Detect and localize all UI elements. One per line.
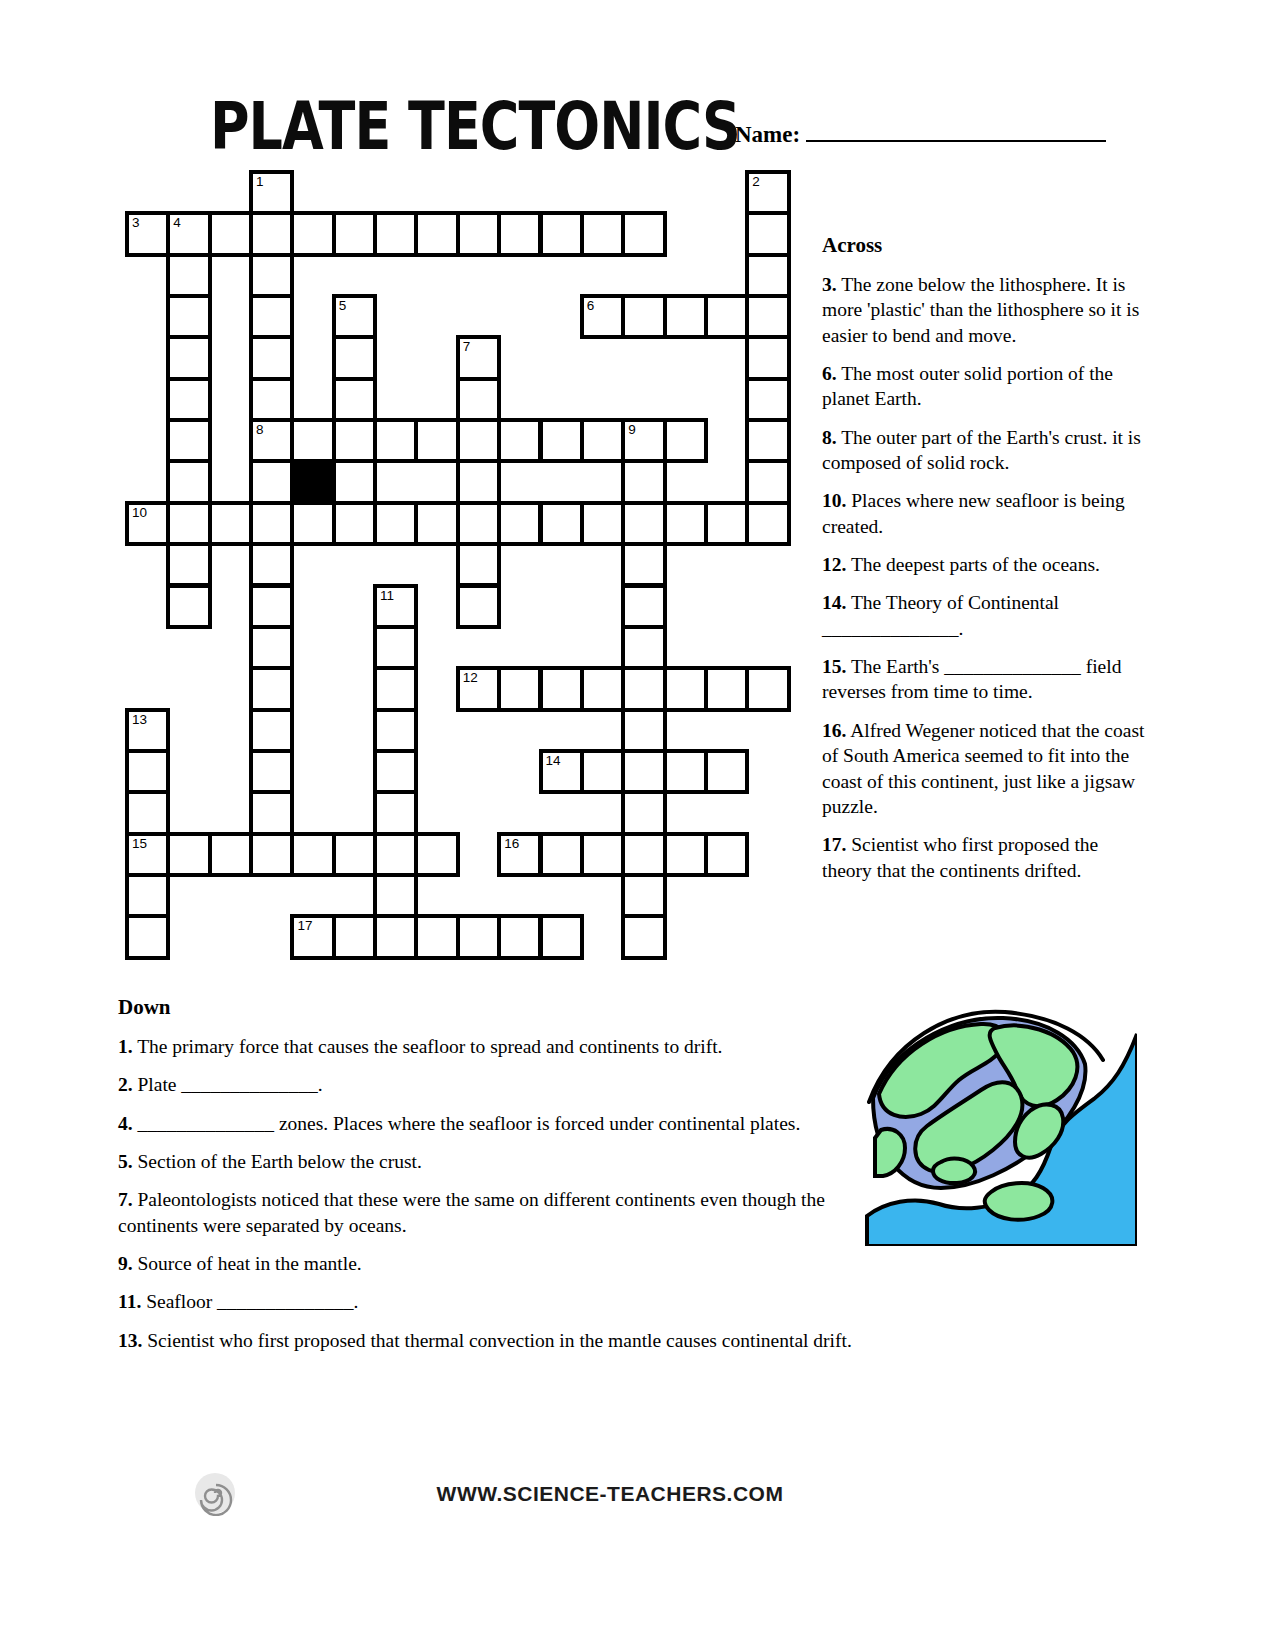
down-clue-number-13: 13. (118, 1330, 142, 1351)
cell-r10c1[interactable] (166, 584, 211, 629)
cell-r18c4[interactable]: 17 (290, 914, 335, 959)
cell-number-15: 15 (132, 837, 147, 852)
cell-r13c0[interactable]: 13 (125, 708, 170, 753)
down-clue-2: 2. Plate ______________. (118, 1072, 858, 1097)
across-clue-number-3: 3. (822, 274, 837, 295)
down-clue-number-1: 1. (118, 1036, 133, 1057)
cell-r14c12[interactable] (621, 749, 666, 794)
down-clue-number-4: 4. (118, 1113, 133, 1134)
cell-r12c13[interactable] (663, 666, 708, 711)
cell-r16c13[interactable] (663, 832, 708, 877)
cell-r1c0[interactable]: 3 (125, 211, 170, 256)
cell-r6c1[interactable] (166, 418, 211, 463)
cell-number-6: 6 (587, 299, 595, 314)
cell-r3c13[interactable] (663, 294, 708, 339)
cell-r8c3[interactable] (249, 501, 294, 546)
cell-number-10: 10 (132, 506, 147, 521)
cell-r8c15[interactable] (745, 501, 790, 546)
cell-r16c9[interactable]: 16 (497, 832, 542, 877)
cell-r8c5[interactable] (332, 501, 377, 546)
cell-r3c12[interactable] (621, 294, 666, 339)
cell-r10c8[interactable] (456, 584, 501, 629)
cell-r16c7[interactable] (414, 832, 459, 877)
cell-r17c12[interactable] (621, 873, 666, 918)
down-clue-7: 7. Paleontologists noticed that these we… (118, 1187, 858, 1238)
across-clue-number-6: 6. (822, 363, 837, 384)
cell-r3c15[interactable] (745, 294, 790, 339)
cell-r18c9[interactable] (497, 914, 542, 959)
cell-r4c15[interactable] (745, 335, 790, 380)
cell-r16c5[interactable] (332, 832, 377, 877)
cell-r6c5[interactable] (332, 418, 377, 463)
cell-number-14: 14 (546, 754, 561, 769)
cell-r8c0[interactable]: 10 (125, 501, 170, 546)
cell-r8c4[interactable] (290, 501, 335, 546)
cell-r10c3[interactable] (249, 584, 294, 629)
across-clue-number-16: 16. (822, 720, 846, 741)
cell-r6c7[interactable] (414, 418, 459, 463)
cell-r6c15[interactable] (745, 418, 790, 463)
cell-r14c3[interactable] (249, 749, 294, 794)
across-clue-number-10: 10. (822, 490, 846, 511)
cell-r3c1[interactable] (166, 294, 211, 339)
cell-r8c7[interactable] (414, 501, 459, 546)
cell-r14c11[interactable] (580, 749, 625, 794)
cell-r4c5[interactable] (332, 335, 377, 380)
cell-r14c6[interactable] (373, 749, 418, 794)
cell-r6c4[interactable] (290, 418, 335, 463)
cell-r1c4[interactable] (290, 211, 335, 256)
cell-number-17: 17 (297, 919, 312, 934)
cell-r8c2[interactable] (208, 501, 253, 546)
cell-r8c11[interactable] (580, 501, 625, 546)
cell-r18c5[interactable] (332, 914, 377, 959)
page-title: PLATE TECTONICS (210, 88, 630, 173)
cell-r18c6[interactable] (373, 914, 418, 959)
cell-r3c14[interactable] (704, 294, 749, 339)
across-clue-10: 10. Places where new seafloor is being c… (822, 488, 1147, 539)
cell-r4c8[interactable]: 7 (456, 335, 501, 380)
cell-r8c9[interactable] (497, 501, 542, 546)
cell-r15c12[interactable] (621, 790, 666, 835)
cell-r12c10[interactable] (539, 666, 584, 711)
down-clue-number-9: 9. (118, 1253, 133, 1274)
down-clue-13: 13. Scientist who first proposed that th… (118, 1328, 858, 1353)
across-clue-list: 3. The zone below the lithosphere. It is… (822, 272, 1147, 883)
cell-r9c12[interactable] (621, 542, 666, 587)
cell-r18c0[interactable] (125, 914, 170, 959)
cell-r6c11[interactable] (580, 418, 625, 463)
cell-r8c8[interactable] (456, 501, 501, 546)
cell-r13c6[interactable] (373, 708, 418, 753)
cell-r7c4-black (290, 459, 335, 504)
down-heading: Down (118, 995, 858, 1020)
cell-number-7: 7 (463, 340, 471, 355)
cell-r11c6[interactable] (373, 625, 418, 670)
cell-number-8: 8 (256, 423, 264, 438)
cell-r12c6[interactable] (373, 666, 418, 711)
cell-r6c8[interactable] (456, 418, 501, 463)
cell-r2c1[interactable] (166, 253, 211, 298)
cell-number-4: 4 (173, 216, 181, 231)
across-clue-number-14: 14. (822, 592, 846, 613)
cell-r15c0[interactable] (125, 790, 170, 835)
cell-r7c8[interactable] (456, 459, 501, 504)
across-clue-number-15: 15. (822, 656, 846, 677)
cell-r8c10[interactable] (539, 501, 584, 546)
cell-r12c12[interactable] (621, 666, 666, 711)
cell-r5c5[interactable] (332, 377, 377, 422)
cell-r5c8[interactable] (456, 377, 501, 422)
cell-r12c8[interactable]: 12 (456, 666, 501, 711)
across-clue-14: 14. The Theory of Continental __________… (822, 590, 1147, 641)
cell-r1c10[interactable] (539, 211, 584, 256)
across-clue-number-8: 8. (822, 427, 837, 448)
earth-plates-illustration (863, 1006, 1137, 1246)
cell-r17c6[interactable] (373, 873, 418, 918)
cell-r13c3[interactable] (249, 708, 294, 753)
cell-r8c12[interactable] (621, 501, 666, 546)
cell-r7c5[interactable] (332, 459, 377, 504)
cell-r3c3[interactable] (249, 294, 294, 339)
across-clue-number-12: 12. (822, 554, 846, 575)
down-clue-9: 9. Source of heat in the mantle. (118, 1251, 858, 1276)
cell-r8c1[interactable] (166, 501, 211, 546)
cell-number-2: 2 (752, 175, 760, 190)
across-clue-17: 17. Scientist who first proposed the the… (822, 832, 1147, 883)
cell-r7c1[interactable] (166, 459, 211, 504)
cell-r7c15[interactable] (745, 459, 790, 504)
across-clue-15: 15. The Earth's ______________ field rev… (822, 654, 1147, 705)
cell-r16c14[interactable] (704, 832, 749, 877)
cell-number-12: 12 (463, 671, 478, 686)
down-clue-number-5: 5. (118, 1151, 133, 1172)
cell-r6c12[interactable]: 9 (621, 418, 666, 463)
cell-r4c3[interactable] (249, 335, 294, 380)
cell-r3c5[interactable]: 5 (332, 294, 377, 339)
down-clues-panel: Down 1. The primary force that causes th… (118, 995, 858, 1366)
cell-r6c10[interactable] (539, 418, 584, 463)
cell-r5c15[interactable] (745, 377, 790, 422)
cell-r1c6[interactable] (373, 211, 418, 256)
cell-number-16: 16 (504, 837, 519, 852)
across-clue-3: 3. The zone below the lithosphere. It is… (822, 272, 1147, 348)
cell-r6c3[interactable]: 8 (249, 418, 294, 463)
cell-r2c15[interactable] (745, 253, 790, 298)
cell-r9c8[interactable] (456, 542, 501, 587)
cell-number-13: 13 (132, 713, 147, 728)
cell-r16c2[interactable] (208, 832, 253, 877)
cell-r1c12[interactable] (621, 211, 666, 256)
cell-number-9: 9 (628, 423, 636, 438)
cell-r16c3[interactable] (249, 832, 294, 877)
cell-r1c5[interactable] (332, 211, 377, 256)
cell-number-5: 5 (339, 299, 347, 314)
cell-r13c12[interactable] (621, 708, 666, 753)
cell-r1c8[interactable] (456, 211, 501, 256)
cell-r7c12[interactable] (621, 459, 666, 504)
across-clue-12: 12. The deepest parts of the oceans. (822, 552, 1147, 577)
cell-r0c15[interactable]: 2 (745, 170, 790, 215)
down-clue-4: 4. ______________ zones. Places where th… (118, 1111, 858, 1136)
cell-r18c7[interactable] (414, 914, 459, 959)
cell-r11c3[interactable] (249, 625, 294, 670)
name-label: Name: (735, 122, 800, 147)
cell-r12c14[interactable] (704, 666, 749, 711)
crossword-grid: 1234567891011121314151617 (125, 170, 791, 960)
cell-r12c15[interactable] (745, 666, 790, 711)
across-heading: Across (822, 233, 1147, 258)
cell-r10c6[interactable]: 11 (373, 584, 418, 629)
cell-r11c12[interactable] (621, 625, 666, 670)
cell-r18c10[interactable] (539, 914, 584, 959)
down-clue-1: 1. The primary force that causes the sea… (118, 1034, 858, 1059)
down-clue-11: 11. Seafloor ______________. (118, 1289, 858, 1314)
cell-r16c4[interactable] (290, 832, 335, 877)
across-clue-16: 16. Alfred Wegener noticed that the coas… (822, 718, 1147, 819)
cell-r1c9[interactable] (497, 211, 542, 256)
across-clue-8: 8. The outer part of the Earth's crust. … (822, 425, 1147, 476)
cell-r1c7[interactable] (414, 211, 459, 256)
cell-r4c1[interactable] (166, 335, 211, 380)
name-field: Name: (735, 116, 1125, 148)
cell-r8c14[interactable] (704, 501, 749, 546)
cell-r2c3[interactable] (249, 253, 294, 298)
cell-r7c3[interactable] (249, 459, 294, 504)
cell-r16c1[interactable] (166, 832, 211, 877)
cell-r16c11[interactable] (580, 832, 625, 877)
cell-r12c9[interactable] (497, 666, 542, 711)
cell-r8c13[interactable] (663, 501, 708, 546)
footer-site-url: WWW.SCIENCE-TEACHERS.COM (380, 1482, 840, 1506)
cell-r5c3[interactable] (249, 377, 294, 422)
cell-r18c8[interactable] (456, 914, 501, 959)
down-clue-number-7: 7. (118, 1189, 133, 1210)
cell-r14c13[interactable] (663, 749, 708, 794)
across-clue-number-17: 17. (822, 834, 846, 855)
cell-r6c9[interactable] (497, 418, 542, 463)
cell-r1c3[interactable] (249, 211, 294, 256)
cell-r3c11[interactable]: 6 (580, 294, 625, 339)
cell-r12c3[interactable] (249, 666, 294, 711)
cell-r14c0[interactable] (125, 749, 170, 794)
across-clue-6: 6. The most outer solid portion of the p… (822, 361, 1147, 412)
cell-number-1: 1 (256, 175, 264, 190)
cell-r16c10[interactable] (539, 832, 584, 877)
down-clue-number-11: 11. (118, 1291, 141, 1312)
ammonite-spiral-logo (192, 1470, 238, 1516)
cell-r8c6[interactable] (373, 501, 418, 546)
cell-r1c15[interactable] (745, 211, 790, 256)
cell-r1c2[interactable] (208, 211, 253, 256)
cell-r16c6[interactable] (373, 832, 418, 877)
cell-number-3: 3 (132, 216, 140, 231)
cell-r6c6[interactable] (373, 418, 418, 463)
cell-r10c12[interactable] (621, 584, 666, 629)
name-blank-line[interactable] (806, 116, 1106, 142)
cell-r12c11[interactable] (580, 666, 625, 711)
cell-r1c11[interactable] (580, 211, 625, 256)
cell-r16c12[interactable] (621, 832, 666, 877)
cell-number-11: 11 (380, 589, 394, 604)
cell-r14c14[interactable] (704, 749, 749, 794)
cell-r5c1[interactable] (166, 377, 211, 422)
cell-r15c3[interactable] (249, 790, 294, 835)
cell-r18c12[interactable] (621, 914, 666, 959)
cell-r9c1[interactable] (166, 542, 211, 587)
across-clues-panel: Across 3. The zone below the lithosphere… (822, 233, 1147, 896)
cell-r9c3[interactable] (249, 542, 294, 587)
cell-r14c10[interactable]: 14 (539, 749, 584, 794)
cell-r6c13[interactable] (663, 418, 708, 463)
down-clue-number-2: 2. (118, 1074, 133, 1095)
cell-r15c6[interactable] (373, 790, 418, 835)
cell-r16c0[interactable]: 15 (125, 832, 170, 877)
cell-r0c3[interactable]: 1 (249, 170, 294, 215)
cell-r1c1[interactable]: 4 (166, 211, 211, 256)
cell-r17c0[interactable] (125, 873, 170, 918)
down-clue-5: 5. Section of the Earth below the crust. (118, 1149, 858, 1174)
down-clue-list: 1. The primary force that causes the sea… (118, 1034, 858, 1353)
